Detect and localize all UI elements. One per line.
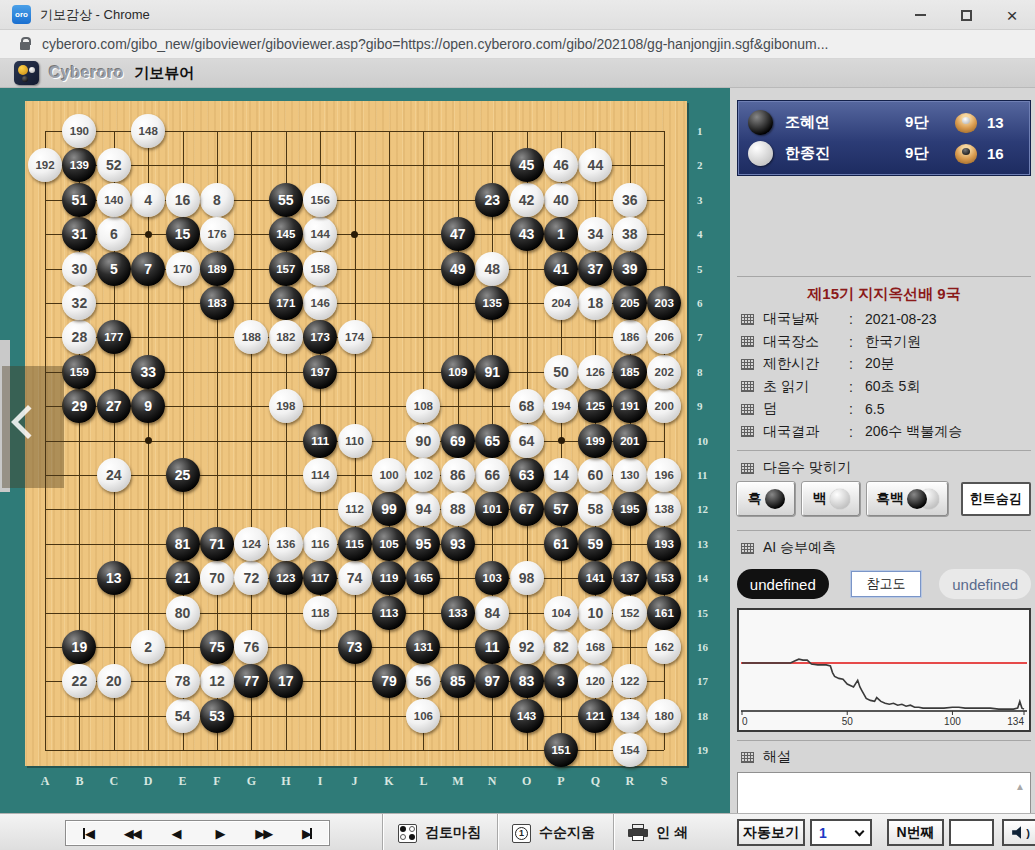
stone-white-192: 192 bbox=[28, 148, 62, 182]
stone-black-9: 9 bbox=[131, 389, 165, 423]
column-label: I bbox=[312, 774, 328, 789]
stone-white-124: 124 bbox=[234, 527, 268, 561]
stone-black-15: 15 bbox=[166, 217, 200, 251]
stone-white-122: 122 bbox=[613, 664, 647, 698]
stone-white-52: 52 bbox=[97, 148, 131, 182]
stone-black-65: 65 bbox=[475, 424, 509, 458]
stone-black-61: 61 bbox=[544, 527, 578, 561]
info-value: 6.5 bbox=[865, 401, 884, 417]
divider bbox=[613, 814, 615, 850]
nav-next-button[interactable]: ▶ bbox=[197, 821, 241, 845]
column-label: J bbox=[347, 774, 363, 789]
stone-white-66: 66 bbox=[475, 458, 509, 492]
stone-white-200: 200 bbox=[647, 389, 681, 423]
app-header: Cyberoro 기보뷰어 bbox=[0, 59, 1035, 88]
stone-white-72: 72 bbox=[234, 561, 268, 595]
row-label: 15 bbox=[697, 607, 715, 619]
stone-white-6: 6 bbox=[97, 217, 131, 251]
stone-white-106: 106 bbox=[406, 699, 440, 733]
close-button[interactable]: × bbox=[989, 0, 1035, 30]
brand-name: Cyberoro bbox=[49, 64, 124, 82]
stone-black-31: 31 bbox=[62, 217, 96, 251]
stone-white-56: 56 bbox=[406, 664, 440, 698]
column-label: R bbox=[622, 774, 638, 789]
grid-icon bbox=[741, 752, 754, 763]
stone-white-86: 86 bbox=[441, 458, 475, 492]
stone-black-151: 151 bbox=[544, 733, 578, 767]
clear-move-numbers-button[interactable]: 1 수순지움 bbox=[512, 819, 595, 847]
stone-white-136: 136 bbox=[269, 527, 303, 561]
stone-black-77: 77 bbox=[234, 664, 268, 698]
row-label: 5 bbox=[697, 263, 715, 275]
info-label: 대국날짜 bbox=[763, 310, 849, 328]
black-stone-icon bbox=[907, 489, 927, 509]
nav-prev-button[interactable]: ◀ bbox=[154, 821, 198, 845]
commentary-section-label: 해설 bbox=[741, 748, 791, 766]
stone-black-63: 63 bbox=[510, 458, 544, 492]
stone-black-139: 139 bbox=[62, 148, 96, 182]
stone-black-195: 195 bbox=[613, 492, 647, 526]
stone-white-120: 120 bbox=[578, 664, 612, 698]
star-point bbox=[145, 437, 152, 444]
maximize-button[interactable] bbox=[943, 0, 989, 30]
winrate-chart: 050100134 bbox=[737, 608, 1031, 732]
nav-rewind-button[interactable]: ◀◀ bbox=[110, 821, 154, 845]
svg-text:50: 50 bbox=[842, 716, 854, 727]
stone-white-64: 64 bbox=[510, 424, 544, 458]
row-label: 8 bbox=[697, 366, 715, 378]
white-stone-icon bbox=[830, 489, 850, 509]
speaker-icon bbox=[1012, 826, 1025, 839]
stone-black-67: 67 bbox=[510, 492, 544, 526]
row-label: 1 bbox=[697, 125, 715, 137]
stone-black-73: 73 bbox=[338, 630, 372, 664]
stone-white-204: 204 bbox=[544, 286, 578, 320]
row-label: 6 bbox=[697, 297, 715, 309]
stone-white-170: 170 bbox=[166, 252, 200, 286]
stone-white-100: 100 bbox=[372, 458, 406, 492]
black-player-name: 조혜연 bbox=[785, 113, 905, 132]
stone-black-93: 93 bbox=[441, 527, 475, 561]
stone-white-4: 4 bbox=[131, 183, 165, 217]
stone-black-177: 177 bbox=[97, 320, 131, 354]
stone-black-153: 153 bbox=[647, 561, 681, 595]
stone-black-33: 33 bbox=[131, 355, 165, 389]
stone-white-162: 162 bbox=[647, 630, 681, 664]
column-label: B bbox=[71, 774, 87, 789]
divider bbox=[737, 276, 1031, 277]
stone-black-117: 117 bbox=[303, 561, 337, 595]
star-point bbox=[351, 231, 358, 238]
stone-black-165: 165 bbox=[406, 561, 440, 595]
main-area: 1234567891011121314151617181920212223242… bbox=[0, 88, 1035, 813]
stone-black-141: 141 bbox=[578, 561, 612, 595]
goto-nth-move-button[interactable]: N번째 bbox=[887, 819, 944, 846]
stone-black-83: 83 bbox=[510, 664, 544, 698]
row-label: 14 bbox=[697, 572, 715, 584]
next-move-buttons: 흑 백 흑백 힌트숨김 bbox=[737, 482, 1031, 516]
stone-black-45: 45 bbox=[510, 148, 544, 182]
close-icon: × bbox=[1006, 6, 1017, 25]
game-info-row: 덤:6.5 bbox=[741, 399, 1031, 419]
stone-white-46: 46 bbox=[544, 148, 578, 182]
stone-white-104: 104 bbox=[544, 596, 578, 630]
stone-black-5: 5 bbox=[97, 252, 131, 286]
stone-white-206: 206 bbox=[647, 320, 681, 354]
stone-white-92: 92 bbox=[510, 630, 544, 664]
stone-black-97: 97 bbox=[475, 664, 509, 698]
stone-black-105: 105 bbox=[372, 527, 406, 561]
stone-black-37: 37 bbox=[578, 252, 612, 286]
nav-last-button[interactable]: ▶ bbox=[285, 821, 329, 845]
stone-white-118: 118 bbox=[303, 596, 337, 630]
bottom-toolbar: ◀◀◀◀▶▶▶▶ 검토마침 1 수순지움 인 쇄 자동보기 1 N번째 ) bbox=[0, 813, 1035, 850]
stone-white-144: 144 bbox=[303, 217, 337, 251]
chevron-left-icon bbox=[11, 405, 45, 439]
stone-white-190: 190 bbox=[62, 114, 96, 148]
stone-black-131: 131 bbox=[406, 630, 440, 664]
grid-icon bbox=[741, 426, 754, 437]
white-player-rank: 9단 bbox=[905, 144, 947, 163]
stone-black-109: 109 bbox=[441, 355, 475, 389]
stone-white-110: 110 bbox=[338, 424, 372, 458]
stone-white-30: 30 bbox=[62, 252, 96, 286]
stone-white-90: 90 bbox=[406, 424, 440, 458]
stone-black-13: 13 bbox=[97, 561, 131, 595]
stone-white-36: 36 bbox=[613, 183, 647, 217]
column-label: E bbox=[175, 774, 191, 789]
url-text: cyberoro.com/gibo_new/giboviewer/gibovie… bbox=[42, 36, 828, 52]
stone-white-78: 78 bbox=[166, 664, 200, 698]
svg-text:100: 100 bbox=[944, 716, 961, 727]
stone-black-145: 145 bbox=[269, 217, 303, 251]
giboviewer-window: oro 기보감상 - Chrome × cyberoro.com/gibo_ne… bbox=[0, 0, 1035, 850]
stone-black-41: 41 bbox=[544, 252, 578, 286]
stone-white-156: 156 bbox=[303, 183, 337, 217]
divider bbox=[737, 530, 1031, 531]
stone-white-58: 58 bbox=[578, 492, 612, 526]
stone-black-71: 71 bbox=[200, 527, 234, 561]
stone-white-140: 140 bbox=[97, 183, 131, 217]
stone-white-50: 50 bbox=[544, 355, 578, 389]
row-label: 16 bbox=[697, 641, 715, 653]
stone-black-21: 21 bbox=[166, 561, 200, 595]
game-info-row: 대국장소:한국기원 bbox=[741, 332, 1031, 352]
stone-black-115: 115 bbox=[338, 527, 372, 561]
stone-white-102: 102 bbox=[406, 458, 440, 492]
stone-black-173: 173 bbox=[303, 320, 337, 354]
info-value: 2021-08-23 bbox=[865, 311, 937, 327]
stone-black-17: 17 bbox=[269, 664, 303, 698]
stone-black-119: 119 bbox=[372, 561, 406, 595]
stone-black-191: 191 bbox=[613, 389, 647, 423]
stone-white-146: 146 bbox=[303, 286, 337, 320]
stone-white-194: 194 bbox=[544, 389, 578, 423]
info-value: 60초 5회 bbox=[865, 378, 920, 396]
row-label: 19 bbox=[697, 744, 715, 756]
stone-white-2: 2 bbox=[131, 630, 165, 664]
stone-black-121: 121 bbox=[578, 699, 612, 733]
hide-hint-button[interactable]: 힌트숨김 bbox=[961, 482, 1031, 516]
speed-select[interactable]: 1 bbox=[810, 819, 872, 846]
minimize-button[interactable] bbox=[897, 0, 943, 30]
stone-black-27: 27 bbox=[97, 389, 131, 423]
stone-white-158: 158 bbox=[303, 252, 337, 286]
stone-white-134: 134 bbox=[613, 699, 647, 733]
stone-white-14: 14 bbox=[544, 458, 578, 492]
stone-white-98: 98 bbox=[510, 561, 544, 595]
auto-play-button[interactable]: 자동보기 bbox=[737, 819, 805, 846]
stone-black-91: 91 bbox=[475, 355, 509, 389]
stone-white-24: 24 bbox=[97, 458, 131, 492]
go-board[interactable]: 1234567891011121314151617181920212223242… bbox=[25, 101, 687, 766]
white-player-name: 한종진 bbox=[785, 144, 905, 163]
stone-black-47: 47 bbox=[441, 217, 475, 251]
divider bbox=[497, 814, 499, 850]
column-label: D bbox=[140, 774, 156, 789]
row-label: 11 bbox=[697, 469, 715, 481]
move-number-icon: 1 bbox=[512, 824, 531, 843]
black-stone-icon bbox=[748, 110, 773, 135]
black-player-row: 조혜연 9단 13 bbox=[748, 110, 1020, 135]
grid-icon bbox=[741, 359, 754, 370]
star-point bbox=[145, 231, 152, 238]
stone-white-176: 176 bbox=[200, 217, 234, 251]
stone-black-199: 199 bbox=[578, 424, 612, 458]
stone-black-53: 53 bbox=[200, 699, 234, 733]
capture-bowl-icon bbox=[955, 113, 977, 133]
stone-white-126: 126 bbox=[578, 355, 612, 389]
stone-white-18: 18 bbox=[578, 286, 612, 320]
nav-forward-button[interactable]: ▶▶ bbox=[241, 821, 285, 845]
stone-black-183: 183 bbox=[200, 286, 234, 320]
stone-white-186: 186 bbox=[613, 320, 647, 354]
svg-text:0: 0 bbox=[742, 716, 748, 727]
stone-black-193: 193 bbox=[647, 527, 681, 561]
move-number-input[interactable] bbox=[949, 819, 994, 846]
stone-black-189: 189 bbox=[200, 252, 234, 286]
url-bar[interactable]: cyberoro.com/gibo_new/giboviewer/gibovie… bbox=[0, 30, 1035, 59]
stone-white-40: 40 bbox=[544, 183, 578, 217]
column-label: N bbox=[484, 774, 500, 789]
stone-black-99: 99 bbox=[372, 492, 406, 526]
stone-black-137: 137 bbox=[613, 561, 647, 595]
player-box: 조혜연 9단 13 한종진 9단 16 bbox=[737, 100, 1031, 176]
stone-white-174: 174 bbox=[338, 320, 372, 354]
grid-icon bbox=[741, 314, 754, 325]
stone-white-180: 180 bbox=[647, 699, 681, 733]
grid-icon bbox=[741, 463, 754, 474]
minimize-icon bbox=[915, 14, 926, 16]
stone-white-108: 108 bbox=[406, 389, 440, 423]
prev-panel-overlay[interactable] bbox=[2, 366, 64, 488]
stone-black-59: 59 bbox=[578, 527, 612, 561]
capture-bowl-icon bbox=[955, 144, 977, 164]
row-label: 18 bbox=[697, 710, 715, 722]
stone-white-82: 82 bbox=[544, 630, 578, 664]
row-label: 13 bbox=[697, 538, 715, 550]
stone-black-197: 197 bbox=[303, 355, 337, 389]
column-label: G bbox=[243, 774, 259, 789]
ai-prediction-row: undefined 참고도 undefined bbox=[737, 569, 1031, 599]
stone-white-198: 198 bbox=[269, 389, 303, 423]
stone-white-12: 12 bbox=[200, 664, 234, 698]
stone-white-84: 84 bbox=[475, 596, 509, 630]
game-info-row: 제한시간:20분 bbox=[741, 354, 1031, 374]
stone-black-25: 25 bbox=[166, 458, 200, 492]
stone-white-168: 168 bbox=[578, 630, 612, 664]
info-label: 덤 bbox=[763, 400, 849, 418]
column-label: Q bbox=[587, 774, 603, 789]
row-label: 2 bbox=[697, 159, 715, 171]
stone-white-94: 94 bbox=[406, 492, 440, 526]
stone-white-68: 68 bbox=[510, 389, 544, 423]
row-label: 17 bbox=[697, 675, 715, 687]
stone-black-29: 29 bbox=[62, 389, 96, 423]
ai-left-pill[interactable]: undefined bbox=[737, 569, 829, 599]
game-info-row: 대국결과:206수 백불계승 bbox=[741, 422, 1031, 442]
stone-black-7: 7 bbox=[131, 252, 165, 286]
grid-icon bbox=[741, 404, 754, 415]
stone-white-152: 152 bbox=[613, 596, 647, 630]
column-label: F bbox=[209, 774, 225, 789]
stone-black-11: 11 bbox=[475, 630, 509, 664]
stone-black-143: 143 bbox=[510, 699, 544, 733]
cyberoro-logo-icon bbox=[14, 61, 39, 85]
info-value: 한국기원 bbox=[865, 333, 921, 351]
maximize-icon bbox=[961, 10, 972, 21]
guess-white-button[interactable]: 백 bbox=[802, 482, 860, 516]
star-point bbox=[558, 437, 565, 444]
guess-black-button[interactable]: 흑 bbox=[737, 482, 795, 516]
stone-white-80: 80 bbox=[166, 596, 200, 630]
stone-black-23: 23 bbox=[475, 183, 509, 217]
stone-black-157: 157 bbox=[269, 252, 303, 286]
stone-black-69: 69 bbox=[441, 424, 475, 458]
stone-black-49: 49 bbox=[441, 252, 475, 286]
info-label: 대국장소 bbox=[763, 333, 849, 351]
column-label: L bbox=[415, 774, 431, 789]
stone-black-201: 201 bbox=[613, 424, 647, 458]
stone-black-103: 103 bbox=[475, 561, 509, 595]
stone-white-112: 112 bbox=[338, 492, 372, 526]
oro-app-icon: oro bbox=[12, 5, 31, 24]
printer-icon bbox=[628, 824, 648, 842]
stone-white-32: 32 bbox=[62, 286, 96, 320]
stone-white-138: 138 bbox=[647, 492, 681, 526]
grid-icon bbox=[741, 336, 754, 347]
column-label: M bbox=[450, 774, 466, 789]
stone-white-60: 60 bbox=[578, 458, 612, 492]
stone-white-28: 28 bbox=[62, 320, 96, 354]
stone-white-70: 70 bbox=[200, 561, 234, 595]
chevron-down-icon bbox=[855, 826, 865, 836]
black-player-rank: 9단 bbox=[905, 113, 947, 132]
ai-right-pill[interactable]: undefined bbox=[939, 569, 1031, 599]
stone-black-123: 123 bbox=[269, 561, 303, 595]
stone-black-75: 75 bbox=[200, 630, 234, 664]
white-capture-count: 16 bbox=[987, 145, 1004, 162]
stone-black-161: 161 bbox=[647, 596, 681, 630]
black-stone-icon bbox=[765, 489, 785, 509]
info-value: 20분 bbox=[865, 355, 895, 373]
stone-white-114: 114 bbox=[303, 458, 337, 492]
stone-white-8: 8 bbox=[200, 183, 234, 217]
sound-button[interactable]: ) bbox=[1002, 819, 1035, 846]
stone-black-111: 111 bbox=[303, 424, 337, 458]
stone-white-44: 44 bbox=[578, 148, 612, 182]
stone-white-182: 182 bbox=[269, 320, 303, 354]
lock-icon bbox=[20, 42, 30, 50]
info-label: 대국결과 bbox=[763, 423, 849, 441]
ai-section-label: AI 승부예측 bbox=[741, 539, 836, 557]
next-move-section-label: 다음수 맞히기 bbox=[741, 459, 851, 477]
stone-black-3: 3 bbox=[544, 664, 578, 698]
stone-white-16: 16 bbox=[166, 183, 200, 217]
info-label: 제한시간 bbox=[763, 355, 849, 373]
row-label: 12 bbox=[697, 503, 715, 515]
stone-black-203: 203 bbox=[647, 286, 681, 320]
row-label: 9 bbox=[697, 400, 715, 412]
game-info-row: 대국날짜:2021-08-23 bbox=[741, 309, 1031, 329]
stone-white-154: 154 bbox=[613, 733, 647, 767]
stone-black-101: 101 bbox=[475, 492, 509, 526]
row-label: 4 bbox=[697, 228, 715, 240]
move-navigation: ◀◀◀◀▶▶▶▶ bbox=[65, 820, 330, 846]
stone-black-43: 43 bbox=[510, 217, 544, 251]
divider bbox=[382, 814, 384, 850]
stone-white-22: 22 bbox=[62, 664, 96, 698]
column-label: P bbox=[553, 774, 569, 789]
stone-white-34: 34 bbox=[578, 217, 612, 251]
stone-white-148: 148 bbox=[131, 114, 165, 148]
reference-diagram-button[interactable]: 참고도 bbox=[851, 571, 922, 597]
column-label: C bbox=[106, 774, 122, 789]
column-label: A bbox=[37, 774, 53, 789]
guess-both-button[interactable]: 흑백 bbox=[867, 482, 947, 516]
game-title: 제15기 지지옥선배 9국 bbox=[737, 285, 1031, 304]
window-controls: × bbox=[897, 0, 1035, 30]
svg-text:134: 134 bbox=[1007, 716, 1024, 727]
stone-black-57: 57 bbox=[544, 492, 578, 526]
white-player-row: 한종진 9단 16 bbox=[748, 141, 1020, 166]
nav-first-button[interactable]: ◀ bbox=[66, 821, 110, 845]
black-capture-count: 13 bbox=[987, 114, 1004, 131]
scroll-up-icon[interactable]: ▲ bbox=[1015, 781, 1025, 792]
print-button[interactable]: 인 쇄 bbox=[628, 819, 688, 847]
stone-black-95: 95 bbox=[406, 527, 440, 561]
app-name: 기보뷰어 bbox=[134, 64, 194, 83]
stone-white-48: 48 bbox=[475, 252, 509, 286]
stone-white-188: 188 bbox=[234, 320, 268, 354]
stone-white-88: 88 bbox=[441, 492, 475, 526]
stone-white-42: 42 bbox=[510, 183, 544, 217]
stone-white-196: 196 bbox=[647, 458, 681, 492]
stone-black-185: 185 bbox=[613, 355, 647, 389]
stone-white-130: 130 bbox=[613, 458, 647, 492]
divider bbox=[737, 450, 1031, 451]
stone-white-38: 38 bbox=[613, 217, 647, 251]
review-end-button[interactable]: 검토마침 bbox=[398, 819, 481, 847]
board-area: 1234567891011121314151617181920212223242… bbox=[0, 88, 730, 813]
info-value: 206수 백불계승 bbox=[865, 423, 962, 441]
stone-black-159: 159 bbox=[62, 355, 96, 389]
row-label: 10 bbox=[697, 435, 715, 447]
board-review-icon bbox=[398, 824, 417, 843]
stone-black-81: 81 bbox=[166, 527, 200, 561]
stone-black-171: 171 bbox=[269, 286, 303, 320]
info-label: 초 읽기 bbox=[763, 378, 849, 396]
